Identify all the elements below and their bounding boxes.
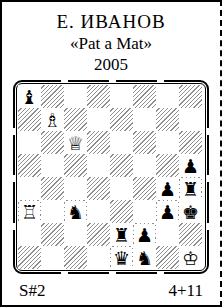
frame-tick bbox=[13, 128, 16, 135]
square-d4 bbox=[87, 177, 110, 200]
square-h4: ♜ bbox=[179, 177, 202, 200]
square-c5 bbox=[64, 154, 87, 177]
frame-tick bbox=[206, 175, 209, 182]
white-king-h1: ♔ bbox=[180, 247, 201, 269]
square-e6 bbox=[110, 131, 133, 154]
square-b3 bbox=[41, 200, 64, 223]
square-h5: ♟ bbox=[179, 154, 202, 177]
square-d3 bbox=[87, 200, 110, 223]
frame-tick bbox=[206, 128, 209, 135]
black-rook-h4: ♜ bbox=[180, 178, 201, 200]
frame-tick bbox=[13, 223, 16, 230]
black-knight-f1: ♞ bbox=[134, 247, 155, 269]
publication-year: 2005 bbox=[2, 54, 220, 75]
chessboard-frame: ♝♗♕♟♟♜♖♞♟♚♜♟♛♞♔ bbox=[13, 80, 209, 274]
square-b1 bbox=[41, 246, 64, 269]
square-a5 bbox=[18, 154, 41, 177]
frame-tick bbox=[206, 223, 209, 230]
square-d2 bbox=[87, 223, 110, 246]
square-c6: ♕ bbox=[64, 131, 87, 154]
square-h2 bbox=[179, 223, 202, 246]
square-a4 bbox=[18, 177, 41, 200]
square-b2 bbox=[41, 223, 64, 246]
square-f6 bbox=[133, 131, 156, 154]
square-d1 bbox=[87, 246, 110, 269]
square-c1 bbox=[64, 246, 87, 269]
square-e8 bbox=[110, 85, 133, 108]
square-g4: ♟ bbox=[156, 177, 179, 200]
frame-tick bbox=[157, 271, 164, 274]
square-a8: ♝ bbox=[18, 85, 41, 108]
square-f8 bbox=[133, 85, 156, 108]
square-b7: ♗ bbox=[41, 108, 64, 131]
square-e4 bbox=[110, 177, 133, 200]
square-h8 bbox=[179, 85, 202, 108]
square-d7 bbox=[87, 108, 110, 131]
square-f3 bbox=[133, 200, 156, 223]
frame-tick bbox=[109, 271, 116, 274]
square-c3: ♞ bbox=[64, 200, 87, 223]
square-g1 bbox=[156, 246, 179, 269]
square-a2 bbox=[18, 223, 41, 246]
black-pawn-h5: ♟ bbox=[180, 155, 201, 177]
frame-tick bbox=[157, 80, 164, 83]
black-bishop-a8: ♝ bbox=[19, 86, 40, 108]
diagram-header: Е. ИВАНОВ «Pat a Mat» 2005 bbox=[2, 2, 220, 75]
square-f1: ♞ bbox=[133, 246, 156, 269]
black-pawn-f2: ♟ bbox=[134, 224, 155, 246]
square-g5 bbox=[156, 154, 179, 177]
square-h1: ♔ bbox=[179, 246, 202, 269]
square-d6 bbox=[87, 131, 110, 154]
frame-tick bbox=[61, 80, 68, 83]
chessboard: ♝♗♕♟♟♜♖♞♟♚♜♟♛♞♔ bbox=[18, 85, 202, 269]
black-knight-c3: ♞ bbox=[65, 201, 86, 223]
square-h7 bbox=[179, 108, 202, 131]
square-a3: ♖ bbox=[18, 200, 41, 223]
square-h3: ♚ bbox=[179, 200, 202, 223]
diagram-footer: S#2 4+11 bbox=[2, 280, 220, 302]
square-e7 bbox=[110, 108, 133, 131]
stipulation-label: S#2 bbox=[19, 280, 45, 302]
square-b8 bbox=[41, 85, 64, 108]
square-a1 bbox=[18, 246, 41, 269]
author-name: Е. ИВАНОВ bbox=[2, 10, 220, 33]
square-e1: ♛ bbox=[110, 246, 133, 269]
square-c2 bbox=[64, 223, 87, 246]
square-g3: ♟ bbox=[156, 200, 179, 223]
square-d5 bbox=[87, 154, 110, 177]
white-rook-a3: ♖ bbox=[19, 201, 40, 223]
square-e2: ♜ bbox=[110, 223, 133, 246]
square-f4 bbox=[133, 177, 156, 200]
square-c4 bbox=[64, 177, 87, 200]
problem-diagram-page: Е. ИВАНОВ «Pat a Mat» 2005 ♝♗♕♟♟♜♖♞♟♚♜♟♛… bbox=[0, 0, 222, 307]
square-e3 bbox=[110, 200, 133, 223]
square-f5 bbox=[133, 154, 156, 177]
square-e5 bbox=[110, 154, 133, 177]
square-a7 bbox=[18, 108, 41, 131]
frame-tick bbox=[109, 80, 116, 83]
square-g7 bbox=[156, 108, 179, 131]
chessboard-inner-border: ♝♗♕♟♟♜♖♞♟♚♜♟♛♞♔ bbox=[16, 83, 206, 271]
source-title: «Pat a Mat» bbox=[2, 33, 220, 54]
black-rook-e2: ♜ bbox=[111, 224, 132, 246]
frame-tick bbox=[61, 271, 68, 274]
square-c7 bbox=[64, 108, 87, 131]
black-king-h3: ♚ bbox=[180, 201, 201, 223]
square-g2 bbox=[156, 223, 179, 246]
black-pawn-g4: ♟ bbox=[157, 178, 178, 200]
black-pawn-g3: ♟ bbox=[157, 201, 178, 223]
square-h6 bbox=[179, 131, 202, 154]
square-b5 bbox=[41, 154, 64, 177]
square-a6 bbox=[18, 131, 41, 154]
black-queen-e1: ♛ bbox=[111, 247, 132, 269]
square-d8 bbox=[87, 85, 110, 108]
square-g8 bbox=[156, 85, 179, 108]
square-f7 bbox=[133, 108, 156, 131]
square-f2: ♟ bbox=[133, 223, 156, 246]
square-c8 bbox=[64, 85, 87, 108]
white-bishop-b7: ♗ bbox=[42, 109, 63, 131]
square-g6 bbox=[156, 131, 179, 154]
square-b4 bbox=[41, 177, 64, 200]
frame-tick bbox=[13, 175, 16, 182]
white-queen-c6: ♕ bbox=[65, 132, 86, 154]
material-count-label: 4+11 bbox=[169, 280, 203, 302]
square-b6 bbox=[41, 131, 64, 154]
